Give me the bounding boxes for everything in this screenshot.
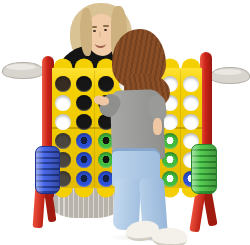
cell-b3 <box>73 132 94 151</box>
blue-disc <box>76 152 92 168</box>
blue-disc <box>76 171 92 187</box>
empty-hole <box>76 114 92 130</box>
cell-a4 <box>52 113 73 132</box>
cell-b4 <box>73 113 94 132</box>
cell-b2 <box>73 150 94 169</box>
cell-g4 <box>181 113 202 132</box>
cell-b5 <box>73 94 94 113</box>
green-disc-stack <box>191 144 217 194</box>
woman-hair-strand-left <box>80 8 92 56</box>
photo-scene <box>0 0 250 245</box>
cell-a5 <box>52 94 73 113</box>
woman-eye-right <box>104 29 107 31</box>
cell-g5 <box>181 94 202 113</box>
woman-eyebrow-right <box>103 25 109 27</box>
child-right-arm <box>153 118 162 135</box>
cell-b1 <box>73 169 94 188</box>
empty-hole <box>98 76 114 92</box>
empty-hole <box>55 114 71 130</box>
woman-eyebrow-left <box>92 26 97 28</box>
cell-b6 <box>73 75 94 94</box>
woman-eye-left <box>93 30 96 32</box>
cell-g6 <box>181 75 202 94</box>
empty-hole <box>76 95 92 111</box>
woman-nose <box>99 31 101 37</box>
empty-hole <box>183 76 199 92</box>
empty-hole <box>55 76 71 92</box>
blue-disc <box>76 133 92 149</box>
child-right-shoe <box>152 227 188 245</box>
empty-hole <box>76 76 92 92</box>
woman-smile <box>95 39 106 48</box>
empty-hole <box>183 95 199 111</box>
cell-c6 <box>95 75 116 94</box>
right-disc-tray-inner <box>214 69 242 75</box>
empty-hole <box>55 95 71 111</box>
cell-a6 <box>52 75 73 94</box>
left-disc-tray-inner <box>6 64 36 70</box>
empty-hole <box>183 114 199 130</box>
blue-disc-stack <box>35 146 60 194</box>
